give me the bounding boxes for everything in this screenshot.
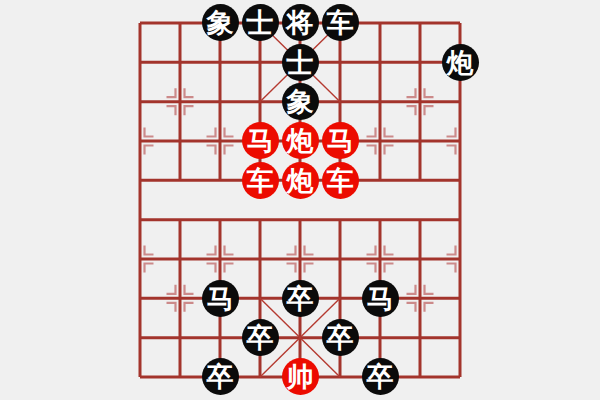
piece-soldier-black[interactable]: 卒 [282, 280, 319, 317]
piece-soldier-black[interactable]: 卒 [322, 319, 359, 356]
board-cell: 炮 [280, 161, 320, 200]
piece-chariot-red[interactable]: 车 [242, 162, 279, 199]
board-cell: 帅 [280, 357, 320, 396]
piece-elephant-black[interactable]: 象 [282, 83, 319, 120]
board-cell: 车 [320, 161, 360, 200]
xiangqi-board: 象士将车士炮象马炮马车炮车马卒马卒卒卒帅卒 [0, 0, 600, 400]
board-cell: 士 [240, 3, 280, 42]
board-cell: 炮 [440, 43, 480, 82]
board-cell: 马 [360, 279, 400, 318]
piece-general-black[interactable]: 将 [282, 4, 319, 41]
board-cell: 卒 [240, 318, 280, 357]
piece-general-red[interactable]: 帅 [282, 358, 319, 395]
piece-advisor-black[interactable]: 士 [242, 4, 279, 41]
board-cell: 车 [240, 161, 280, 200]
board-cell: 士 [280, 43, 320, 82]
piece-horse-red[interactable]: 马 [242, 122, 279, 159]
piece-soldier-black[interactable]: 卒 [242, 319, 279, 356]
pieces-layer: 象士将车士炮象马炮马车炮车马卒马卒卒卒帅卒 [120, 3, 480, 396]
piece-horse-black[interactable]: 马 [202, 280, 239, 317]
piece-soldier-black[interactable]: 卒 [362, 358, 399, 395]
board-cell: 马 [320, 121, 360, 160]
board-cell: 卒 [200, 357, 240, 396]
board-cell: 马 [240, 121, 280, 160]
piece-cannon-red[interactable]: 炮 [282, 162, 319, 199]
piece-horse-black[interactable]: 马 [362, 280, 399, 317]
board-cell: 卒 [320, 318, 360, 357]
board-cell: 卒 [360, 357, 400, 396]
piece-elephant-black[interactable]: 象 [202, 4, 239, 41]
piece-chariot-black[interactable]: 车 [322, 4, 359, 41]
board-cell: 车 [320, 3, 360, 42]
board-cell: 象 [200, 3, 240, 42]
board-cell: 将 [280, 3, 320, 42]
piece-soldier-black[interactable]: 卒 [202, 358, 239, 395]
piece-advisor-black[interactable]: 士 [282, 44, 319, 81]
board-cell: 象 [280, 82, 320, 121]
piece-cannon-black[interactable]: 炮 [442, 44, 479, 81]
board-cell: 炮 [280, 121, 320, 160]
piece-cannon-red[interactable]: 炮 [282, 122, 319, 159]
piece-horse-red[interactable]: 马 [322, 122, 359, 159]
board-cell: 马 [200, 279, 240, 318]
board-cell: 卒 [280, 279, 320, 318]
piece-chariot-red[interactable]: 车 [322, 162, 359, 199]
